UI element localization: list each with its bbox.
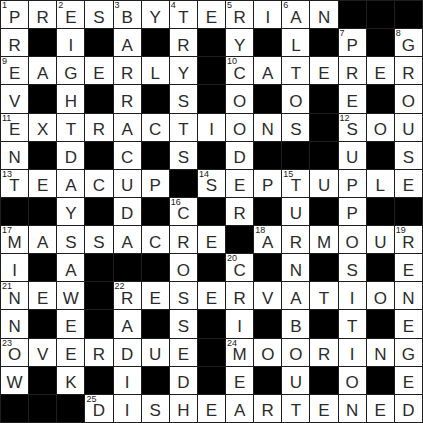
cell-r6c11[interactable]: U (310, 170, 337, 197)
cell-letter: I (125, 402, 130, 419)
cell-r13c14[interactable]: E (395, 367, 422, 394)
cell-r8c5[interactable]: C (142, 226, 169, 253)
cell-r6c12[interactable]: P (339, 170, 366, 197)
cell-r2c14[interactable]: R (395, 57, 422, 84)
clue-number: 4 (171, 1, 176, 11)
cell-letter: D (402, 402, 414, 419)
cell-r2c9[interactable]: A (254, 57, 281, 84)
black-cell-r3c7 (198, 85, 225, 112)
cell-r8c11[interactable]: M (310, 226, 337, 253)
cell-r14c13[interactable]: E (367, 395, 394, 422)
cell-r6c4[interactable]: U (114, 170, 141, 197)
cell-r6c2[interactable]: A (57, 170, 84, 197)
cell-r4c13[interactable]: O (367, 114, 394, 141)
cell-letter: E (37, 177, 48, 194)
cell-letter: A (290, 290, 301, 307)
cell-letter: M (7, 234, 21, 251)
cell-r6c5[interactable]: P (142, 170, 169, 197)
cell-r12c0[interactable]: 23O (1, 339, 28, 366)
cell-letter: O (233, 121, 246, 138)
cell-r5c8[interactable]: D (226, 142, 253, 169)
cell-letter: A (262, 234, 273, 251)
cell-r4c10[interactable]: S (282, 114, 309, 141)
cell-r14c4[interactable]: I (114, 395, 141, 422)
cell-r1c10[interactable]: L (282, 29, 309, 56)
cell-r11c2[interactable]: E (57, 310, 84, 337)
cell-letter: G (402, 346, 415, 363)
black-cell-r3c9 (254, 85, 281, 112)
cell-letter: D (121, 346, 133, 363)
black-cell-r7c5 (142, 198, 169, 225)
cell-letter: E (93, 65, 104, 82)
cell-letter: T (66, 121, 76, 138)
cell-r0c0[interactable]: 1P (1, 1, 28, 28)
cell-letter: T (347, 318, 357, 335)
cell-r4c4[interactable]: A (114, 114, 141, 141)
black-cell-r11c11 (310, 310, 337, 337)
black-cell-r7c1 (29, 198, 56, 225)
cell-letter: A (37, 234, 48, 251)
cell-r2c0[interactable]: 9E (1, 57, 28, 84)
cell-r8c12[interactable]: O (339, 226, 366, 253)
cell-r9c6[interactable]: O (170, 254, 197, 281)
cell-r10c1[interactable]: E (29, 282, 56, 309)
cell-r10c6[interactable]: S (170, 282, 197, 309)
cell-letter: S (403, 149, 414, 166)
cell-r10c5[interactable]: E (142, 282, 169, 309)
cell-r13c10[interactable]: U (282, 367, 309, 394)
cell-r6c3[interactable]: C (85, 170, 112, 197)
clue-number: 21 (2, 282, 12, 292)
cell-r11c12[interactable]: T (339, 310, 366, 337)
cell-r7c10[interactable]: U (282, 198, 309, 225)
cell-letter: E (9, 121, 20, 138)
cell-r8c4[interactable]: A (114, 226, 141, 253)
black-cell-r4c11 (310, 114, 337, 141)
cell-letter: R (290, 234, 302, 251)
cell-r3c12[interactable]: E (339, 85, 366, 112)
cell-letter: P (346, 177, 357, 194)
cell-r12c13[interactable]: N (367, 339, 394, 366)
crossword-grid: 1PR2ES3BY4TE5RI6ANRIARYL7P8G9EAGERLY10CA… (0, 0, 423, 423)
cell-r13c0[interactable]: W (1, 367, 28, 394)
black-cell-r3c5 (142, 85, 169, 112)
cell-r6c10[interactable]: 15T (282, 170, 309, 197)
cell-r14c9[interactable]: R (254, 395, 281, 422)
cell-letter: N (318, 9, 330, 26)
cell-letter: T (291, 402, 301, 419)
black-cell-r9c3 (85, 254, 112, 281)
cell-letter: U (318, 177, 330, 194)
cell-letter: N (262, 121, 274, 138)
cell-letter: D (65, 149, 77, 166)
cell-r1c2[interactable]: I (57, 29, 84, 56)
cell-r4c7[interactable]: I (198, 114, 225, 141)
cell-r1c4[interactable]: A (114, 29, 141, 56)
cell-r1c0[interactable]: R (1, 29, 28, 56)
cell-r12c4[interactable]: D (114, 339, 141, 366)
cell-r13c8[interactable]: E (226, 367, 253, 394)
cell-r12c14[interactable]: G (395, 339, 422, 366)
cell-r4c8[interactable]: O (226, 114, 253, 141)
cell-letter: S (346, 121, 357, 138)
cell-r2c6[interactable]: Y (170, 57, 197, 84)
cell-r11c6[interactable]: S (170, 310, 197, 337)
cell-r4c6[interactable]: T (170, 114, 197, 141)
cell-r12c10[interactable]: O (282, 339, 309, 366)
cell-r2c11[interactable]: E (310, 57, 337, 84)
cell-r12c12[interactable]: I (339, 339, 366, 366)
cell-r3c0[interactable]: V (1, 85, 28, 112)
cell-letter: E (403, 262, 414, 279)
cell-letter: S (206, 177, 217, 194)
clue-number: 15 (283, 170, 293, 180)
cell-r11c8[interactable]: I (226, 310, 253, 337)
cell-letter: R (233, 9, 245, 26)
cell-letter: S (178, 290, 189, 307)
cell-r14c5[interactable]: S (142, 395, 169, 422)
cell-r7c4[interactable]: D (114, 198, 141, 225)
black-cell-r9c4 (114, 254, 141, 281)
cell-letter: I (209, 121, 214, 138)
cell-letter: S (93, 9, 104, 26)
clue-number: 7 (340, 29, 345, 39)
cell-r8c6[interactable]: R (170, 226, 197, 253)
cell-letter: O (402, 93, 415, 110)
cell-r10c7[interactable]: E (198, 282, 225, 309)
cell-r14c7[interactable]: E (198, 395, 225, 422)
cell-letter: V (9, 93, 20, 110)
cell-r10c12[interactable]: I (339, 282, 366, 309)
cell-r2c4[interactable]: R (114, 57, 141, 84)
black-cell-r14c0 (1, 395, 28, 422)
cell-r10c2[interactable]: W (57, 282, 84, 309)
cell-r12c9[interactable]: O (254, 339, 281, 366)
cell-r6c1[interactable]: E (29, 170, 56, 197)
cell-letter: H (177, 402, 189, 419)
clue-number: 8 (396, 29, 401, 39)
cell-r9c12[interactable]: S (339, 254, 366, 281)
cell-r5c14[interactable]: S (395, 142, 422, 169)
black-cell-r8c8 (226, 226, 253, 253)
cell-r11c0[interactable]: N (1, 310, 28, 337)
cell-r0c5[interactable]: Y (142, 1, 169, 28)
cell-r10c4[interactable]: 22R (114, 282, 141, 309)
cell-r2c1[interactable]: A (29, 57, 56, 84)
cell-r9c8[interactable]: 20C (226, 254, 253, 281)
cell-r7c8[interactable]: R (226, 198, 253, 225)
cell-letter: M (233, 346, 247, 363)
cell-r7c6[interactable]: 16C (170, 198, 197, 225)
cell-r6c8[interactable]: E (226, 170, 253, 197)
cell-r1c12[interactable]: 7P (339, 29, 366, 56)
cell-letter: X (37, 121, 48, 138)
cell-r14c6[interactable]: H (170, 395, 197, 422)
cell-r5c2[interactable]: D (57, 142, 84, 169)
cell-r0c2[interactable]: 2E (57, 1, 84, 28)
cell-r14c3[interactable]: 25D (85, 395, 112, 422)
cell-r10c11[interactable]: T (310, 282, 337, 309)
cell-r0c8[interactable]: 5R (226, 1, 253, 28)
cell-r3c8[interactable]: O (226, 85, 253, 112)
clue-number: 24 (227, 339, 237, 349)
cell-r4c12[interactable]: 12S (339, 114, 366, 141)
cell-letter: E (234, 374, 245, 391)
cell-r12c6[interactable]: E (170, 339, 197, 366)
cell-letter: Y (234, 37, 245, 54)
cell-r12c1[interactable]: V (29, 339, 56, 366)
cell-letter: U (402, 121, 414, 138)
black-cell-r2c7 (198, 57, 225, 84)
black-cell-r9c13 (367, 254, 394, 281)
cell-r4c5[interactable]: C (142, 114, 169, 141)
clue-number: 18 (255, 226, 265, 236)
clue-number: 6 (283, 1, 288, 11)
cell-r0c7[interactable]: E (198, 1, 225, 28)
cell-r9c14[interactable]: E (395, 254, 422, 281)
clue-number: 20 (227, 254, 237, 264)
black-cell-r13c13 (367, 367, 394, 394)
cell-letter: R (402, 65, 414, 82)
cell-r9c0[interactable]: I (1, 254, 28, 281)
black-cell-r5c3 (85, 142, 112, 169)
cell-r8c3[interactable]: S (85, 226, 112, 253)
cell-r0c11[interactable]: N (310, 1, 337, 28)
black-cell-r12c7 (198, 339, 225, 366)
cell-letter: S (178, 318, 189, 335)
cell-r9c2[interactable]: A (57, 254, 84, 281)
cell-letter: O (261, 346, 274, 363)
black-cell-r1c13 (367, 29, 394, 56)
cell-r11c14[interactable]: E (395, 310, 422, 337)
cell-letter: E (375, 65, 386, 82)
cell-r4c0[interactable]: 11E (1, 114, 28, 141)
cell-letter: T (291, 65, 301, 82)
cell-letter: R (121, 93, 133, 110)
cell-r10c9[interactable]: V (254, 282, 281, 309)
cell-r7c2[interactable]: Y (57, 198, 84, 225)
black-cell-r5c7 (198, 142, 225, 169)
cell-r4c3[interactable]: R (85, 114, 112, 141)
cell-r5c4[interactable]: C (114, 142, 141, 169)
cell-r9c10[interactable]: N (282, 254, 309, 281)
cell-r4c1[interactable]: X (29, 114, 56, 141)
cell-r3c2[interactable]: H (57, 85, 84, 112)
cell-r13c2[interactable]: K (57, 367, 84, 394)
cell-r12c3[interactable]: R (85, 339, 112, 366)
cell-r11c4[interactable]: A (114, 310, 141, 337)
cell-letter: D (93, 402, 105, 419)
cell-r6c13[interactable]: L (367, 170, 394, 197)
cell-letter: G (402, 37, 415, 54)
cell-r0c9[interactable]: I (254, 1, 281, 28)
cell-r14c8[interactable]: A (226, 395, 253, 422)
cell-letter: N (8, 318, 20, 335)
cell-letter: S (290, 121, 301, 138)
cell-r8c10[interactable]: R (282, 226, 309, 253)
cell-r14c11[interactable]: E (310, 395, 337, 422)
cell-r10c10[interactable]: A (282, 282, 309, 309)
cell-letter: V (37, 346, 48, 363)
cell-r10c0[interactable]: 21N (1, 282, 28, 309)
black-cell-r14c2 (57, 395, 84, 422)
black-cell-r1c11 (310, 29, 337, 56)
cell-r0c1[interactable]: R (29, 1, 56, 28)
black-cell-r1c5 (142, 29, 169, 56)
black-cell-r11c3 (85, 310, 112, 337)
cell-r3c10[interactable]: O (282, 85, 309, 112)
cell-letter: A (234, 402, 245, 419)
cell-r14c10[interactable]: T (282, 395, 309, 422)
cell-letter: P (346, 205, 357, 222)
cell-letter: I (237, 318, 242, 335)
cell-r2c10[interactable]: T (282, 57, 309, 84)
cell-letter: E (9, 65, 20, 82)
black-cell-r7c14 (395, 198, 422, 225)
cell-letter: A (262, 65, 273, 82)
cell-r12c2[interactable]: E (57, 339, 84, 366)
cell-r2c8[interactable]: 10C (226, 57, 253, 84)
cell-letter: R (318, 346, 330, 363)
cell-r6c9[interactable]: P (254, 170, 281, 197)
cell-letter: L (376, 177, 385, 194)
cell-letter: C (233, 65, 245, 82)
cell-r0c10[interactable]: 6A (282, 1, 309, 28)
cell-r2c13[interactable]: E (367, 57, 394, 84)
cell-r3c4[interactable]: R (114, 85, 141, 112)
cell-r1c6[interactable]: R (170, 29, 197, 56)
cell-r10c13[interactable]: O (367, 282, 394, 309)
cell-r7c12[interactable]: P (339, 198, 366, 225)
cell-r2c3[interactable]: E (85, 57, 112, 84)
cell-r11c10[interactable]: B (282, 310, 309, 337)
cell-r5c6[interactable]: S (170, 142, 197, 169)
cell-r8c0[interactable]: 17M (1, 226, 28, 253)
black-cell-r13c7 (198, 367, 225, 394)
black-cell-r0c14 (395, 1, 422, 28)
cell-r10c8[interactable]: R (226, 282, 253, 309)
cell-letter: T (291, 177, 301, 194)
cell-r3c6[interactable]: S (170, 85, 197, 112)
cell-letter: E (346, 93, 357, 110)
cell-letter: E (65, 9, 76, 26)
clue-number: 19 (396, 226, 406, 236)
cell-letter: B (121, 9, 132, 26)
cell-r8c13[interactable]: U (367, 226, 394, 253)
cell-letter: E (206, 290, 217, 307)
black-cell-r6c6 (170, 170, 197, 197)
cell-letter: E (178, 346, 189, 363)
cell-r0c6[interactable]: 4T (170, 1, 197, 28)
black-cell-r13c11 (310, 367, 337, 394)
cell-letter: A (121, 37, 132, 54)
cell-r8c7[interactable]: E (198, 226, 225, 253)
cell-letter: S (346, 262, 357, 279)
black-cell-r11c1 (29, 310, 56, 337)
cell-r0c3[interactable]: S (85, 1, 112, 28)
cell-r0c4[interactable]: 3B (114, 1, 141, 28)
cell-r2c5[interactable]: L (142, 57, 169, 84)
cell-r3c14[interactable]: O (395, 85, 422, 112)
cell-r10c14[interactable]: N (395, 282, 422, 309)
cell-letter: E (150, 290, 161, 307)
black-cell-r11c13 (367, 310, 394, 337)
cell-r12c8[interactable]: 24M (226, 339, 253, 366)
cell-letter: R (177, 37, 189, 54)
cell-r4c14[interactable]: U (395, 114, 422, 141)
cell-r12c5[interactable]: U (142, 339, 169, 366)
cell-r4c9[interactable]: N (254, 114, 281, 141)
cell-r2c2[interactable]: G (57, 57, 84, 84)
cell-letter: E (403, 374, 414, 391)
clue-number: 14 (199, 170, 209, 180)
cell-r2c12[interactable]: R (339, 57, 366, 84)
black-cell-r13c5 (142, 367, 169, 394)
black-cell-r3c1 (29, 85, 56, 112)
cell-letter: R (262, 402, 274, 419)
cell-r8c1[interactable]: A (29, 226, 56, 253)
cell-r13c12[interactable]: O (339, 367, 366, 394)
cell-r4c2[interactable]: T (57, 114, 84, 141)
cell-letter: S (178, 149, 189, 166)
clue-number: 9 (2, 57, 7, 67)
black-cell-r7c3 (85, 198, 112, 225)
cell-letter: E (206, 9, 217, 26)
cell-letter: N (374, 346, 386, 363)
black-cell-r0c13 (367, 1, 394, 28)
cell-r14c14[interactable]: D (395, 395, 422, 422)
cell-letter: O (8, 346, 21, 363)
cell-letter: N (8, 290, 20, 307)
cell-r13c4[interactable]: I (114, 367, 141, 394)
cell-r8c2[interactable]: S (57, 226, 84, 253)
cell-letter: P (346, 37, 357, 54)
black-cell-r9c11 (310, 254, 337, 281)
cell-letter: R (93, 346, 105, 363)
black-cell-r1c3 (85, 29, 112, 56)
cell-letter: T (178, 9, 188, 26)
cell-r13c6[interactable]: D (170, 367, 197, 394)
cell-r5c0[interactable]: N (1, 142, 28, 169)
cell-letter: U (290, 374, 302, 391)
cell-r6c14[interactable]: E (395, 170, 422, 197)
cell-letter: A (65, 262, 76, 279)
cell-letter: O (177, 262, 190, 279)
cell-letter: P (150, 177, 161, 194)
black-cell-r1c9 (254, 29, 281, 56)
cell-r12c11[interactable]: R (310, 339, 337, 366)
cell-letter: I (68, 37, 73, 54)
cell-r6c0[interactable]: 13T (1, 170, 28, 197)
cell-letter: O (233, 93, 246, 110)
cell-letter: D (177, 374, 189, 391)
cell-r8c14[interactable]: 19R (395, 226, 422, 253)
cell-letter: N (402, 290, 414, 307)
cell-letter: I (350, 346, 355, 363)
cell-r5c12[interactable]: U (339, 142, 366, 169)
clue-number: 2 (58, 1, 63, 11)
cell-r1c8[interactable]: Y (226, 29, 253, 56)
cell-letter: E (318, 65, 329, 82)
cell-r6c7[interactable]: 14S (198, 170, 225, 197)
cell-letter: I (12, 262, 17, 279)
clue-number: 17 (2, 226, 12, 236)
cell-r1c14[interactable]: 8G (395, 29, 422, 56)
cell-r8c9[interactable]: 18A (254, 226, 281, 253)
cell-r14c12[interactable]: N (339, 395, 366, 422)
cell-letter: Y (178, 65, 189, 82)
cell-letter: P (262, 177, 273, 194)
